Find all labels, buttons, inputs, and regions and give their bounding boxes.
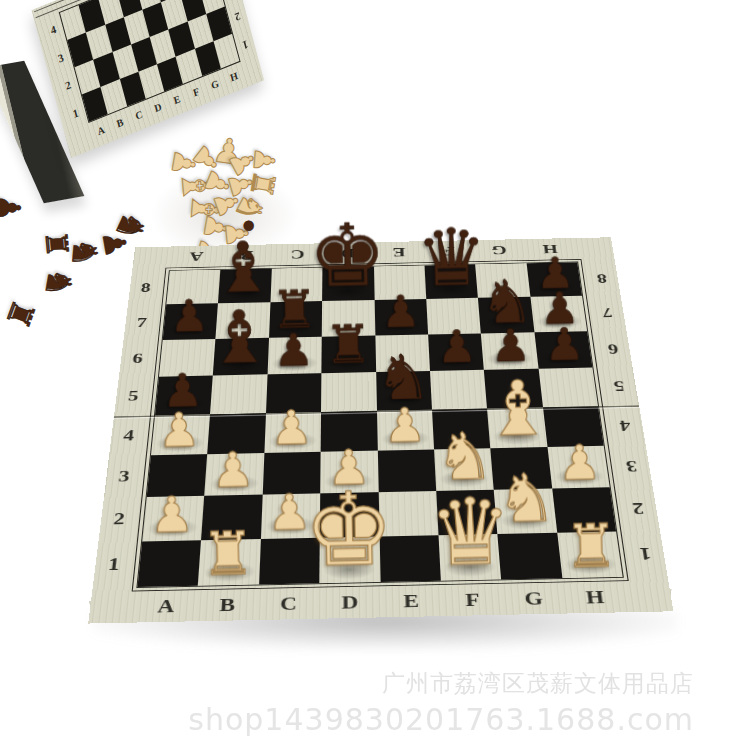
main-chessboard: ABCDEFGH ABCDEFGH 87654321 87654321 ♝♚♛♟…	[88, 237, 673, 623]
square-c4[interactable]: ♟	[264, 412, 321, 453]
piece-dark-p-f6[interactable]: ♟	[436, 324, 477, 370]
file-label-F: F	[441, 587, 504, 612]
square-b3[interactable]: ♟	[205, 453, 265, 496]
square-a1[interactable]	[138, 540, 202, 587]
file-label-G: G	[502, 586, 566, 611]
file-label-far-H: H	[524, 240, 577, 257]
file-label-far-F: F	[423, 242, 475, 260]
rank-label-right-1: 1	[627, 530, 665, 576]
square-g4[interactable]: ♝	[487, 407, 547, 448]
watermark: 广州市荔湾区茂薪文体用品店 shop1439830201763.1688.com	[188, 668, 694, 737]
square-f8[interactable]: ♛	[424, 264, 478, 299]
piece-dark-p-e7[interactable]: ♟	[381, 289, 421, 334]
piece-dark-b-b8[interactable]: ♝	[212, 232, 276, 303]
piece-dark-p-a7[interactable]: ♟	[169, 294, 209, 339]
rank-label-5: 5	[117, 377, 149, 416]
piece-white-p-e4[interactable]: ♟	[384, 401, 427, 449]
square-b6[interactable]: ♝	[213, 338, 269, 376]
piece-white-r-b1[interactable]: ♜	[201, 524, 255, 584]
file-label-A: A	[134, 594, 197, 620]
loose-dark-piece-p-6: ♟	[0, 195, 24, 222]
file-label-D: D	[319, 590, 381, 616]
square-h3[interactable]: ♟	[547, 446, 610, 489]
watermark-shop-url: shop1439830201763.1688.com	[188, 702, 694, 737]
file-label-H: H	[563, 585, 627, 610]
piece-white-p-a4[interactable]: ♟	[157, 406, 200, 454]
file-label-far-E: E	[373, 244, 424, 262]
file-label-E: E	[380, 588, 442, 614]
rank-label-right-2: 2	[620, 487, 656, 531]
file-label-far-D: D	[323, 245, 374, 263]
piece-dark-b-b6[interactable]: ♝	[206, 301, 272, 375]
loose-dark-piece-r-5: ♜	[0, 295, 40, 333]
piece-white-p-b3[interactable]: ♟	[211, 445, 255, 494]
square-d8[interactable]: ♚	[322, 266, 374, 301]
square-a4[interactable]: ♟	[151, 414, 210, 455]
file-label-far-C: C	[272, 246, 323, 264]
rank-label-1: 1	[96, 541, 132, 588]
rank-label-7: 7	[126, 305, 157, 341]
rank-label-right-5: 5	[602, 367, 636, 406]
square-f1[interactable]: ♛	[438, 534, 501, 581]
square-b5[interactable]	[210, 374, 267, 414]
rank-label-right-7: 7	[591, 295, 623, 331]
piece-dark-r-d6[interactable]: ♜	[324, 318, 372, 372]
piece-white-p-c4[interactable]: ♟	[270, 403, 313, 451]
rank-label-6: 6	[122, 340, 153, 377]
piece-white-p-h3[interactable]: ♟	[558, 438, 602, 487]
rank-label-right-4: 4	[608, 405, 643, 445]
folded-file-label-H: H	[223, 66, 246, 89]
square-f6[interactable]: ♟	[428, 333, 484, 371]
piece-white-p-a2[interactable]: ♟	[149, 489, 194, 539]
square-b1[interactable]: ♜	[198, 539, 261, 586]
file-label-far-A: A	[170, 248, 222, 266]
product-photo: ABCDEFGH 4321 4321 ♟♟♟♟♟♝♟♟♜♝♟♞♟♟♟♟♞♟♞♜♞…	[0, 0, 750, 750]
rank-label-8: 8	[131, 271, 161, 305]
file-label-far-G: G	[474, 241, 526, 259]
square-a2[interactable]: ♟	[142, 496, 204, 541]
playing-field: ♝♚♛♟♟♜♟♞♟♝♟♜♟♟♟♟♞♟♟♟♝♟♟♞♟♟♟♞♜♚♛♜	[136, 262, 624, 588]
rank-label-right-6: 6	[597, 330, 630, 367]
piece-dark-p-h6[interactable]: ♟	[544, 321, 585, 367]
file-label-C: C	[258, 591, 320, 617]
piece-dark-p-c6[interactable]: ♟	[273, 327, 314, 373]
board-inner-frame: ♝♚♛♟♟♜♟♞♟♝♟♜♟♟♟♟♞♟♟♟♝♟♟♞♟♟♟♞♜♚♛♜	[132, 259, 629, 591]
piece-white-k-d1[interactable]: ♚	[303, 479, 395, 582]
square-e4[interactable]: ♟	[377, 409, 434, 450]
square-c6[interactable]: ♟	[267, 337, 322, 375]
rank-label-4: 4	[112, 415, 145, 456]
loose-dark-piece-n-4: ♞	[40, 265, 79, 301]
rank-label-2: 2	[102, 497, 137, 542]
rank-label-right-3: 3	[614, 445, 650, 487]
square-d5[interactable]	[321, 372, 376, 411]
piece-white-b-g4[interactable]: ♝	[483, 370, 552, 447]
square-h1[interactable]: ♜	[557, 531, 623, 578]
rank-label-right-8: 8	[586, 261, 617, 295]
piece-dark-p-g6[interactable]: ♟	[490, 323, 531, 369]
loose-dark-piece-r-3: ♜	[40, 229, 72, 258]
square-d1[interactable]: ♚	[319, 536, 380, 583]
square-f5[interactable]	[430, 370, 487, 409]
watermark-shop-name: 广州市荔湾区茂薪文体用品店	[188, 668, 694, 699]
piece-white-r-h1[interactable]: ♜	[564, 516, 618, 576]
main-board-stage: ABCDEFGH ABCDEFGH 87654321 87654321 ♝♚♛♟…	[109, 143, 645, 679]
rank-label-3: 3	[107, 455, 141, 498]
square-d6[interactable]: ♜	[322, 335, 376, 373]
file-label-far-B: B	[221, 247, 272, 265]
square-e7[interactable]: ♟	[374, 299, 428, 335]
file-label-B: B	[196, 592, 259, 618]
piece-white-q-f1[interactable]: ♛	[428, 486, 512, 580]
